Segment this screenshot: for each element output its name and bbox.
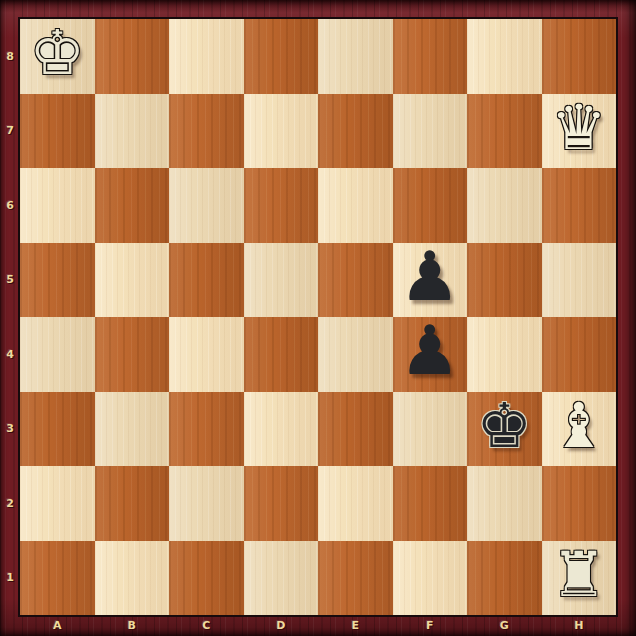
file-label-e: E [318,615,393,636]
black-king[interactable]: ♚ [476,395,532,457]
square-b2[interactable] [95,466,170,541]
square-b3[interactable] [95,392,170,467]
black-pawn[interactable]: ♟ [399,243,460,311]
square-b6[interactable] [95,168,170,243]
square-d5[interactable] [244,243,319,318]
square-c6[interactable] [169,168,244,243]
square-h1[interactable]: ♜ [542,541,617,616]
square-g7[interactable] [467,94,542,169]
square-d7[interactable] [244,94,319,169]
square-d4[interactable] [244,317,319,392]
square-a6[interactable] [20,168,95,243]
white-rook[interactable]: ♜ [551,544,607,606]
square-c1[interactable] [169,541,244,616]
file-label-h: H [542,615,617,636]
square-h7[interactable]: ♛ [542,94,617,169]
square-f1[interactable] [393,541,468,616]
square-e5[interactable] [318,243,393,318]
file-label-d: D [244,615,319,636]
rank-label-8: 8 [0,19,20,94]
square-c2[interactable] [169,466,244,541]
square-e7[interactable] [318,94,393,169]
rank-label-4: 4 [0,317,20,392]
square-h4[interactable] [542,317,617,392]
square-b8[interactable] [95,19,170,94]
square-f5[interactable]: ♟ [393,243,468,318]
square-b4[interactable] [95,317,170,392]
square-f6[interactable] [393,168,468,243]
square-c7[interactable] [169,94,244,169]
white-king[interactable]: ♚ [29,22,85,84]
square-a8[interactable]: ♚ [20,19,95,94]
square-c3[interactable] [169,392,244,467]
file-label-a: A [20,615,95,636]
square-d2[interactable] [244,466,319,541]
file-label-b: B [95,615,170,636]
square-h2[interactable] [542,466,617,541]
square-g3[interactable]: ♚ [467,392,542,467]
square-h8[interactable] [542,19,617,94]
white-bishop[interactable]: ♝ [551,395,607,457]
square-g5[interactable] [467,243,542,318]
square-e4[interactable] [318,317,393,392]
square-c4[interactable] [169,317,244,392]
rank-label-7: 7 [0,94,20,169]
square-e8[interactable] [318,19,393,94]
white-queen[interactable]: ♛ [551,97,607,159]
square-h5[interactable] [542,243,617,318]
file-label-g: G [467,615,542,636]
square-f4[interactable]: ♟ [393,317,468,392]
rank-label-1: 1 [0,541,20,616]
file-label-c: C [169,615,244,636]
square-g4[interactable] [467,317,542,392]
square-a4[interactable] [20,317,95,392]
square-e6[interactable] [318,168,393,243]
square-h3[interactable]: ♝ [542,392,617,467]
square-d8[interactable] [244,19,319,94]
square-g1[interactable] [467,541,542,616]
square-b1[interactable] [95,541,170,616]
square-h6[interactable] [542,168,617,243]
file-label-f: F [393,615,468,636]
rank-label-6: 6 [0,168,20,243]
square-a3[interactable] [20,392,95,467]
square-g6[interactable] [467,168,542,243]
rank-labels: 87654321 [0,19,20,615]
file-labels: ABCDEFGH [20,615,616,636]
square-e2[interactable] [318,466,393,541]
square-e1[interactable] [318,541,393,616]
black-pawn[interactable]: ♟ [399,317,460,385]
rank-label-3: 3 [0,392,20,467]
square-a1[interactable] [20,541,95,616]
square-c8[interactable] [169,19,244,94]
square-d6[interactable] [244,168,319,243]
rank-label-5: 5 [0,243,20,318]
square-f7[interactable] [393,94,468,169]
square-b7[interactable] [95,94,170,169]
square-f3[interactable] [393,392,468,467]
square-g8[interactable] [467,19,542,94]
square-a5[interactable] [20,243,95,318]
board-frame: ♚♛♟♟♚♝♜ ABCDEFGH 87654321 [0,0,636,636]
square-a7[interactable] [20,94,95,169]
square-e3[interactable] [318,392,393,467]
square-f8[interactable] [393,19,468,94]
rank-label-2: 2 [0,466,20,541]
square-g2[interactable] [467,466,542,541]
chess-board: ♚♛♟♟♚♝♜ [20,19,616,615]
square-a2[interactable] [20,466,95,541]
square-d3[interactable] [244,392,319,467]
square-c5[interactable] [169,243,244,318]
square-d1[interactable] [244,541,319,616]
square-f2[interactable] [393,466,468,541]
square-b5[interactable] [95,243,170,318]
